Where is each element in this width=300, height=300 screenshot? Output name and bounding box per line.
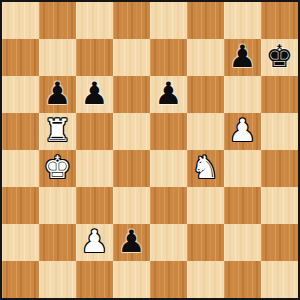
square-d2[interactable]: ♟ bbox=[113, 224, 150, 261]
square-a6[interactable] bbox=[2, 76, 39, 113]
square-h1[interactable] bbox=[261, 261, 298, 298]
square-c4[interactable] bbox=[76, 150, 113, 187]
white-pawn[interactable]: ♟ bbox=[81, 226, 109, 257]
square-c5[interactable] bbox=[76, 113, 113, 150]
square-e4[interactable] bbox=[150, 150, 187, 187]
square-f4[interactable]: ♞ bbox=[187, 150, 224, 187]
square-g3[interactable] bbox=[224, 187, 261, 224]
square-e8[interactable] bbox=[150, 2, 187, 39]
square-b8[interactable] bbox=[39, 2, 76, 39]
square-g5[interactable]: ♟ bbox=[224, 113, 261, 150]
square-c6[interactable]: ♟ bbox=[76, 76, 113, 113]
square-e5[interactable] bbox=[150, 113, 187, 150]
black-pawn[interactable]: ♟ bbox=[44, 78, 72, 109]
square-h8[interactable] bbox=[261, 2, 298, 39]
square-a2[interactable] bbox=[2, 224, 39, 261]
chessboard-frame: ♟♚♟♟♟♜♟♚♞♟♟ bbox=[0, 0, 300, 300]
square-f1[interactable] bbox=[187, 261, 224, 298]
square-c7[interactable] bbox=[76, 39, 113, 76]
black-pawn[interactable]: ♟ bbox=[118, 226, 146, 257]
black-pawn[interactable]: ♟ bbox=[229, 41, 257, 72]
square-f8[interactable] bbox=[187, 2, 224, 39]
square-e2[interactable] bbox=[150, 224, 187, 261]
square-f3[interactable] bbox=[187, 187, 224, 224]
square-g2[interactable] bbox=[224, 224, 261, 261]
black-king[interactable]: ♚ bbox=[266, 41, 294, 72]
square-a4[interactable] bbox=[2, 150, 39, 187]
square-a3[interactable] bbox=[2, 187, 39, 224]
square-c1[interactable] bbox=[76, 261, 113, 298]
square-a8[interactable] bbox=[2, 2, 39, 39]
square-h4[interactable] bbox=[261, 150, 298, 187]
black-pawn[interactable]: ♟ bbox=[81, 78, 109, 109]
square-h7[interactable]: ♚ bbox=[261, 39, 298, 76]
white-pawn[interactable]: ♟ bbox=[229, 115, 257, 146]
square-f7[interactable] bbox=[187, 39, 224, 76]
square-b3[interactable] bbox=[39, 187, 76, 224]
white-knight[interactable]: ♞ bbox=[192, 152, 220, 183]
square-b7[interactable] bbox=[39, 39, 76, 76]
square-f5[interactable] bbox=[187, 113, 224, 150]
square-e6[interactable]: ♟ bbox=[150, 76, 187, 113]
square-c2[interactable]: ♟ bbox=[76, 224, 113, 261]
square-h5[interactable] bbox=[261, 113, 298, 150]
square-d5[interactable] bbox=[113, 113, 150, 150]
square-f6[interactable] bbox=[187, 76, 224, 113]
square-g7[interactable]: ♟ bbox=[224, 39, 261, 76]
square-b2[interactable] bbox=[39, 224, 76, 261]
square-b1[interactable] bbox=[39, 261, 76, 298]
square-d1[interactable] bbox=[113, 261, 150, 298]
square-b5[interactable]: ♜ bbox=[39, 113, 76, 150]
square-e3[interactable] bbox=[150, 187, 187, 224]
white-king[interactable]: ♚ bbox=[44, 152, 72, 183]
square-h6[interactable] bbox=[261, 76, 298, 113]
square-d4[interactable] bbox=[113, 150, 150, 187]
chessboard: ♟♚♟♟♟♜♟♚♞♟♟ bbox=[2, 2, 298, 298]
white-rook[interactable]: ♜ bbox=[44, 115, 72, 146]
square-h2[interactable] bbox=[261, 224, 298, 261]
square-g8[interactable] bbox=[224, 2, 261, 39]
square-g4[interactable] bbox=[224, 150, 261, 187]
square-c3[interactable] bbox=[76, 187, 113, 224]
black-pawn[interactable]: ♟ bbox=[155, 78, 183, 109]
square-e7[interactable] bbox=[150, 39, 187, 76]
square-b6[interactable]: ♟ bbox=[39, 76, 76, 113]
square-f2[interactable] bbox=[187, 224, 224, 261]
square-a5[interactable] bbox=[2, 113, 39, 150]
square-c8[interactable] bbox=[76, 2, 113, 39]
square-a7[interactable] bbox=[2, 39, 39, 76]
square-g6[interactable] bbox=[224, 76, 261, 113]
square-b4[interactable]: ♚ bbox=[39, 150, 76, 187]
square-d8[interactable] bbox=[113, 2, 150, 39]
square-d6[interactable] bbox=[113, 76, 150, 113]
square-h3[interactable] bbox=[261, 187, 298, 224]
square-g1[interactable] bbox=[224, 261, 261, 298]
square-d7[interactable] bbox=[113, 39, 150, 76]
square-d3[interactable] bbox=[113, 187, 150, 224]
square-e1[interactable] bbox=[150, 261, 187, 298]
square-a1[interactable] bbox=[2, 261, 39, 298]
